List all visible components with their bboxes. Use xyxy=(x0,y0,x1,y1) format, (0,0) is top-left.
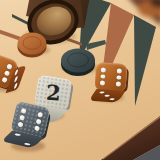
checker-amber-top xyxy=(18,33,47,55)
die-pip xyxy=(116,68,122,73)
die-pip xyxy=(17,122,24,128)
die-pip xyxy=(115,82,121,87)
die-pip xyxy=(19,115,26,121)
die-pip xyxy=(35,118,42,124)
checker-dark[interactable] xyxy=(61,49,95,77)
pip-cell xyxy=(22,142,33,146)
pip-cell xyxy=(0,75,9,84)
pip-cell xyxy=(114,81,122,88)
pip-cell xyxy=(32,124,42,133)
die-face-top xyxy=(94,62,127,92)
die-pip xyxy=(24,142,31,145)
die-pip xyxy=(101,67,107,72)
die-pip xyxy=(100,74,106,79)
die-amber-right[interactable] xyxy=(94,62,128,103)
die-pips xyxy=(94,62,127,92)
pip-cell xyxy=(108,97,117,100)
die-pip xyxy=(34,126,41,132)
die-pips xyxy=(89,89,126,103)
backgammon-photo-scene: 2 8 xyxy=(0,0,160,160)
die-pip xyxy=(14,83,18,89)
die-pip xyxy=(20,107,27,113)
checker-dark-top xyxy=(61,49,95,73)
die-pip xyxy=(37,111,44,117)
die-pip xyxy=(1,77,8,83)
die-pip xyxy=(116,75,122,80)
checker-amber[interactable] xyxy=(18,33,47,58)
die-pip xyxy=(100,81,106,86)
die-face-front xyxy=(89,89,126,103)
die-pip xyxy=(109,98,115,100)
